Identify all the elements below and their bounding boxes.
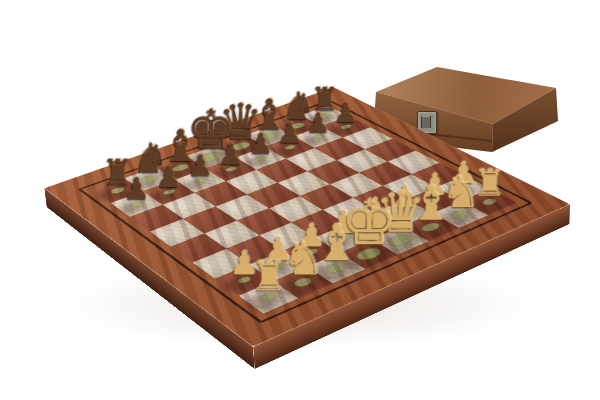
board-inlay-line: ♜♞♝♚♛♝♞♜♟♟♟♟♟♟♟♟♟♟♟♟♟♟♟♟♜♞♝♚♛♝♞♜: [78, 100, 534, 324]
white-rook[interactable]: ♜: [212, 256, 325, 297]
board-perspective: ♜♞♝♚♛♝♞♜♟♟♟♟♟♟♟♟♟♟♟♟♟♟♟♟♜♞♝♚♛♝♞♜: [0, 0, 600, 400]
scene: ♜♞♝♚♛♝♞♜♟♟♟♟♟♟♟♟♟♟♟♟♟♟♟♟♜♞♝♚♛♝♞♜: [0, 0, 600, 400]
chess-board: ♜♞♝♚♛♝♞♜♟♟♟♟♟♟♟♟♟♟♟♟♟♟♟♟♜♞♝♚♛♝♞♜: [44, 87, 570, 347]
board-frame: ♜♞♝♚♛♝♞♜♟♟♟♟♟♟♟♟♟♟♟♟♟♟♟♟♜♞♝♚♛♝♞♜: [44, 87, 570, 347]
